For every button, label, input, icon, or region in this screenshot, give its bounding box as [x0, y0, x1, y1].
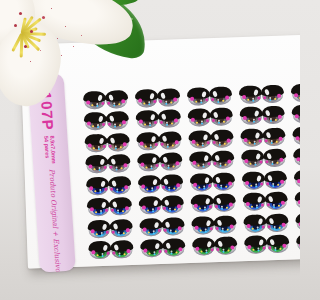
eye-sticker-brown — [137, 132, 159, 150]
eye-sticker-brown — [293, 127, 300, 145]
eye-sticker-sky-blue — [88, 220, 110, 238]
eye-pair — [138, 153, 182, 171]
eye-sticker-brown — [241, 129, 263, 147]
eye-pair — [189, 108, 233, 126]
eye-sticker-smoky-brown — [189, 109, 211, 127]
eye-sticker-navy-blue — [87, 177, 109, 195]
eye-sticker-smoky-brown — [241, 107, 263, 125]
eye-sticker-navy-blue — [243, 172, 265, 190]
eye-pair — [191, 173, 235, 191]
eye-pair — [85, 134, 129, 152]
eye-sticker-charcoal-grey — [158, 89, 180, 107]
eye-sticker-smoky-brown — [292, 106, 300, 124]
eye-pair — [139, 175, 183, 193]
eye-sticker-green — [193, 238, 215, 256]
eye-sticker-smoky-brown — [263, 107, 285, 125]
eye-sticker-brown — [189, 131, 211, 149]
eye-sticker-sky-blue — [192, 217, 214, 235]
eye-pair — [137, 132, 181, 150]
eye-sticker-sky-blue — [266, 214, 288, 232]
eye-sticker-navy-blue — [295, 170, 300, 188]
eye-sticker-navy-blue — [139, 175, 161, 193]
eye-pair — [88, 219, 132, 237]
eye-pair — [242, 150, 286, 168]
eye-sticker-smoky-brown — [85, 113, 107, 131]
eye-sticker-smoky-brown — [107, 112, 129, 130]
eye-sticker-royal-blue — [110, 198, 132, 216]
eye-sticker-smoky-brown — [137, 111, 159, 129]
eye-pair — [86, 155, 130, 173]
eye-pair — [244, 214, 288, 232]
eye-sticker-charcoal-grey — [188, 88, 210, 106]
eye-pair — [295, 191, 300, 209]
eye-sticker-green — [163, 239, 185, 257]
eye-sticker-royal-blue — [140, 197, 162, 215]
eye-sticker-sky-blue — [244, 215, 266, 233]
eye-sticker-charcoal-grey — [262, 85, 284, 103]
eye-sticker-royal-blue — [266, 193, 288, 211]
eye-pair — [240, 85, 284, 103]
eye-pair — [296, 212, 300, 230]
eye-pair — [193, 237, 237, 255]
eye-sticker-royal-blue — [88, 199, 110, 217]
eye-sticker-smoky-brown — [159, 110, 181, 128]
eye-sticker-grey-mauve — [294, 149, 300, 167]
eye-pair — [87, 177, 131, 195]
eye-pair — [141, 239, 185, 257]
eye-sticker-smoky-brown — [211, 108, 233, 126]
eye-pair — [192, 216, 236, 234]
eye-pair — [244, 193, 288, 211]
eye-pair — [88, 198, 132, 216]
eye-sticker-royal-blue — [295, 192, 300, 210]
eye-sticker-green — [267, 236, 289, 254]
eye-pair — [89, 241, 133, 259]
eye-sticker-sky-blue — [110, 219, 132, 237]
eye-sticker-green — [245, 236, 267, 254]
eye-sticker-grey-mauve — [190, 152, 212, 170]
eye-pair — [297, 234, 300, 252]
eye-sticker-brown — [211, 130, 233, 148]
eye-pair — [140, 218, 184, 236]
eye-sticker-grid — [84, 78, 300, 259]
eye-sticker-royal-blue — [244, 193, 266, 211]
eye-sticker-navy-blue — [161, 175, 183, 193]
eye-sticker-charcoal-grey — [292, 84, 300, 102]
eye-pair — [293, 126, 300, 144]
eye-sticker-sky-blue — [162, 218, 184, 236]
eye-sticker-brown — [85, 134, 107, 152]
eye-pair — [292, 105, 300, 123]
eye-pair — [137, 110, 181, 128]
eye-pair — [192, 194, 236, 212]
eye-pair — [241, 128, 285, 146]
eye-sticker-sky-blue — [214, 216, 236, 234]
eye-sticker-grey-mauve — [138, 154, 160, 172]
eye-sticker-navy-blue — [191, 174, 213, 192]
eye-sticker-sky-blue — [140, 218, 162, 236]
eye-pair — [245, 236, 289, 254]
eye-sticker-royal-blue — [162, 196, 184, 214]
eye-sticker-sky-blue — [296, 213, 300, 231]
eye-pair — [85, 112, 129, 130]
eye-sticker-green — [215, 237, 237, 255]
eye-sticker-navy-blue — [265, 171, 287, 189]
eye-sticker-green — [111, 241, 133, 259]
eye-sticker-charcoal-grey — [240, 86, 262, 104]
eye-pair — [189, 130, 233, 148]
eye-pair — [241, 107, 285, 125]
eye-sticker-grey-mauve — [264, 150, 286, 168]
eye-pair — [243, 171, 287, 189]
eye-sticker-green — [297, 234, 300, 252]
eye-pair — [292, 83, 300, 101]
eye-sticker-grey-mauve — [108, 155, 130, 173]
eye-pair — [188, 87, 232, 105]
eye-sticker-brown — [159, 132, 181, 150]
eye-sticker-grey-mauve — [212, 151, 234, 169]
flower-speckles — [14, 24, 17, 27]
eye-sticker-green — [141, 240, 163, 258]
eye-sticker-brown — [107, 134, 129, 152]
eye-sticker-royal-blue — [192, 195, 214, 213]
eye-sticker-navy-blue — [213, 173, 235, 191]
eye-sticker-navy-blue — [109, 177, 131, 195]
eye-sticker-grey-mauve — [86, 156, 108, 174]
eye-sticker-charcoal-grey — [210, 87, 232, 105]
eye-pair — [294, 148, 300, 166]
eye-sticker-brown — [263, 128, 285, 146]
eye-sticker-green — [89, 242, 111, 260]
eye-pair — [190, 151, 234, 169]
label-spec-block: 8,9x7,0mm 54 pares — [43, 135, 57, 164]
eye-sticker-grey-mauve — [242, 150, 264, 168]
eye-sticker-royal-blue — [214, 194, 236, 212]
eye-pair — [140, 196, 184, 214]
flower-prop — [0, 0, 158, 105]
eye-sticker-grey-mauve — [160, 153, 182, 171]
product-tagline: Produto Original + Exclusivo — [47, 169, 61, 273]
eye-pair — [295, 169, 300, 187]
